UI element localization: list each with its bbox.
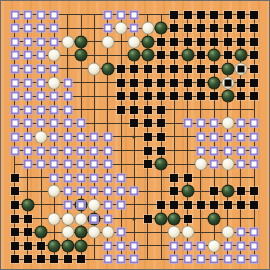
black-stone[interactable]	[155, 212, 168, 225]
black-territory-marker[interactable]	[237, 38, 245, 46]
white-territory-marker[interactable]	[130, 241, 139, 250]
white-territory-marker[interactable]	[90, 173, 99, 182]
white-territory-marker[interactable]	[63, 105, 72, 114]
white-stone[interactable]	[208, 239, 221, 252]
white-territory-marker[interactable]	[130, 187, 139, 196]
black-territory-marker[interactable]	[224, 201, 232, 209]
white-territory-marker[interactable]	[210, 119, 219, 128]
white-territory-marker[interactable]	[10, 24, 19, 33]
white-territory-marker[interactable]	[23, 160, 32, 169]
black-territory-marker[interactable]	[184, 174, 192, 182]
dead-black-stone[interactable]	[88, 212, 101, 225]
white-stone[interactable]	[75, 212, 88, 225]
white-territory-marker[interactable]	[37, 37, 46, 46]
black-territory-marker[interactable]	[210, 201, 218, 209]
white-territory-marker[interactable]	[196, 255, 205, 264]
white-stone[interactable]	[61, 226, 74, 239]
black-territory-marker[interactable]	[24, 255, 32, 263]
star-point	[133, 135, 136, 138]
black-territory-marker[interactable]	[170, 24, 178, 32]
white-territory-marker[interactable]	[210, 255, 219, 264]
white-territory-marker[interactable]	[37, 78, 46, 87]
black-territory-marker[interactable]	[11, 174, 19, 182]
black-territory-marker[interactable]	[170, 92, 178, 100]
black-territory-marker[interactable]	[11, 255, 19, 263]
white-territory-marker[interactable]	[130, 24, 139, 33]
white-territory-marker[interactable]	[196, 132, 205, 141]
white-territory-marker[interactable]	[183, 119, 192, 128]
black-territory-marker[interactable]	[210, 38, 218, 46]
white-territory-marker[interactable]	[223, 255, 232, 264]
black-territory-marker[interactable]	[157, 201, 165, 209]
white-territory-marker[interactable]	[250, 228, 259, 237]
white-territory-marker[interactable]	[10, 51, 19, 60]
white-territory-marker[interactable]	[117, 200, 126, 209]
black-territory-marker[interactable]	[130, 92, 138, 100]
white-stone[interactable]	[128, 35, 141, 48]
black-territory-marker[interactable]	[157, 51, 165, 59]
white-territory-marker[interactable]	[103, 146, 112, 155]
black-stone[interactable]	[35, 226, 48, 239]
black-territory-marker[interactable]	[170, 79, 178, 87]
black-territory-marker[interactable]	[197, 201, 205, 209]
white-territory-marker[interactable]	[37, 160, 46, 169]
white-territory-marker[interactable]	[10, 92, 19, 101]
black-territory-marker[interactable]	[170, 65, 178, 73]
white-territory-marker[interactable]	[117, 187, 126, 196]
white-territory-marker[interactable]	[63, 92, 72, 101]
black-territory-marker[interactable]	[184, 92, 192, 100]
white-territory-marker[interactable]	[23, 132, 32, 141]
black-territory-marker[interactable]	[144, 92, 152, 100]
white-stone[interactable]	[48, 49, 61, 62]
white-territory-marker[interactable]	[196, 146, 205, 155]
white-territory-marker[interactable]	[250, 160, 259, 169]
black-stone[interactable]	[181, 185, 194, 198]
white-territory-marker[interactable]	[23, 24, 32, 33]
white-territory-marker[interactable]	[117, 228, 126, 237]
dead-black-stone[interactable]	[75, 198, 88, 211]
black-territory-marker[interactable]	[237, 11, 245, 19]
black-territory-marker[interactable]	[250, 187, 258, 195]
white-territory-marker[interactable]	[23, 119, 32, 128]
white-territory-marker[interactable]	[50, 160, 59, 169]
white-territory-marker[interactable]	[10, 105, 19, 114]
white-stone[interactable]	[221, 117, 234, 130]
white-territory-marker[interactable]	[10, 37, 19, 46]
black-territory-marker[interactable]	[144, 147, 152, 155]
white-territory-marker[interactable]	[250, 255, 259, 264]
black-stone[interactable]	[21, 198, 34, 211]
white-territory-marker[interactable]	[23, 51, 32, 60]
white-territory-marker[interactable]	[10, 10, 19, 19]
white-territory-marker[interactable]	[90, 187, 99, 196]
white-territory-marker[interactable]	[103, 173, 112, 182]
black-stone[interactable]	[141, 35, 154, 48]
white-territory-marker[interactable]	[50, 10, 59, 19]
black-territory-marker[interactable]	[64, 255, 72, 263]
white-territory-marker[interactable]	[236, 160, 245, 169]
black-territory-marker[interactable]	[184, 215, 192, 223]
white-territory-marker[interactable]	[210, 132, 219, 141]
white-territory-marker[interactable]	[23, 105, 32, 114]
black-territory-marker[interactable]	[224, 24, 232, 32]
black-stone[interactable]	[155, 22, 168, 35]
white-territory-marker[interactable]	[236, 119, 245, 128]
black-territory-marker[interactable]	[170, 174, 178, 182]
white-territory-marker[interactable]	[210, 146, 219, 155]
white-territory-marker[interactable]	[170, 241, 179, 250]
black-territory-marker[interactable]	[197, 79, 205, 87]
white-territory-marker[interactable]	[10, 78, 19, 87]
black-territory-marker[interactable]	[250, 92, 258, 100]
white-territory-marker[interactable]	[236, 228, 245, 237]
white-territory-marker[interactable]	[23, 64, 32, 73]
white-territory-marker[interactable]	[63, 119, 72, 128]
white-territory-marker[interactable]	[37, 119, 46, 128]
black-territory-marker[interactable]	[170, 11, 178, 19]
black-territory-marker[interactable]	[144, 133, 152, 141]
white-territory-marker[interactable]	[90, 146, 99, 155]
white-territory-marker[interactable]	[130, 255, 139, 264]
white-stone[interactable]	[61, 212, 74, 225]
white-territory-marker[interactable]	[50, 24, 59, 33]
white-territory-marker[interactable]	[37, 146, 46, 155]
white-territory-marker[interactable]	[103, 24, 112, 33]
white-territory-marker[interactable]	[23, 146, 32, 155]
white-territory-marker[interactable]	[50, 132, 59, 141]
white-territory-marker[interactable]	[90, 132, 99, 141]
white-stone[interactable]	[48, 76, 61, 89]
white-territory-marker[interactable]	[77, 160, 86, 169]
white-square-marker	[90, 214, 99, 223]
white-stone[interactable]	[48, 212, 61, 225]
black-territory-marker[interactable]	[250, 38, 258, 46]
white-territory-marker[interactable]	[90, 160, 99, 169]
black-territory-marker[interactable]	[37, 255, 45, 263]
white-stone[interactable]	[101, 35, 114, 48]
white-territory-marker[interactable]	[37, 24, 46, 33]
go-board[interactable]	[1, 1, 269, 269]
white-stone[interactable]	[141, 22, 154, 35]
dead-white-stone[interactable]	[234, 62, 247, 75]
black-territory-marker[interactable]	[11, 201, 19, 209]
black-territory-marker[interactable]	[210, 92, 218, 100]
black-territory-marker[interactable]	[197, 24, 205, 32]
white-territory-marker[interactable]	[50, 37, 59, 46]
white-territory-marker[interactable]	[63, 200, 72, 209]
black-territory-marker[interactable]	[184, 79, 192, 87]
black-territory-marker[interactable]	[144, 119, 152, 127]
black-territory-marker[interactable]	[170, 38, 178, 46]
black-territory-marker[interactable]	[130, 106, 138, 114]
black-territory-marker[interactable]	[130, 119, 138, 127]
white-territory-marker[interactable]	[196, 119, 205, 128]
white-stone[interactable]	[88, 62, 101, 75]
white-territory-marker[interactable]	[117, 10, 126, 19]
white-territory-marker[interactable]	[210, 160, 219, 169]
white-stone[interactable]	[101, 226, 114, 239]
white-territory-marker[interactable]	[50, 92, 59, 101]
black-stone[interactable]	[48, 239, 61, 252]
white-territory-marker[interactable]	[236, 132, 245, 141]
black-territory-marker[interactable]	[117, 106, 125, 114]
black-territory-marker[interactable]	[157, 147, 165, 155]
black-stone[interactable]	[61, 239, 74, 252]
black-territory-marker[interactable]	[237, 92, 245, 100]
black-territory-marker[interactable]	[144, 106, 152, 114]
black-territory-marker[interactable]	[224, 38, 232, 46]
white-square-marker	[77, 200, 86, 209]
black-territory-marker[interactable]	[157, 79, 165, 87]
black-territory-marker[interactable]	[24, 228, 32, 236]
white-territory-marker[interactable]	[23, 37, 32, 46]
black-stone[interactable]	[75, 226, 88, 239]
white-territory-marker[interactable]	[50, 64, 59, 73]
black-territory-marker[interactable]	[157, 106, 165, 114]
white-stone[interactable]	[221, 158, 234, 171]
white-territory-marker[interactable]	[117, 241, 126, 250]
black-territory-marker[interactable]	[224, 51, 232, 59]
white-territory-marker[interactable]	[10, 146, 19, 155]
black-territory-marker[interactable]	[24, 215, 32, 223]
black-territory-marker[interactable]	[250, 11, 258, 19]
white-stone[interactable]	[61, 35, 74, 48]
black-territory-marker[interactable]	[24, 242, 32, 250]
black-territory-marker[interactable]	[184, 24, 192, 32]
white-territory-marker[interactable]	[250, 119, 259, 128]
black-territory-marker[interactable]	[210, 24, 218, 32]
white-territory-marker[interactable]	[37, 10, 46, 19]
black-territory-marker[interactable]	[130, 65, 138, 73]
white-territory-marker[interactable]	[170, 255, 179, 264]
white-territory-marker[interactable]	[223, 132, 232, 141]
black-territory-marker[interactable]	[184, 11, 192, 19]
black-territory-marker[interactable]	[144, 160, 152, 168]
black-territory-marker[interactable]	[37, 242, 45, 250]
black-territory-marker[interactable]	[210, 11, 218, 19]
white-territory-marker[interactable]	[77, 187, 86, 196]
white-territory-marker[interactable]	[250, 241, 259, 250]
white-territory-marker[interactable]	[10, 64, 19, 73]
white-territory-marker[interactable]	[77, 146, 86, 155]
black-square-marker	[224, 79, 231, 86]
black-territory-marker[interactable]	[210, 65, 218, 73]
black-territory-marker[interactable]	[117, 79, 125, 87]
black-stone[interactable]	[75, 35, 88, 48]
black-territory-marker[interactable]	[197, 51, 205, 59]
black-square-marker	[237, 65, 244, 72]
black-territory-marker[interactable]	[237, 187, 245, 195]
white-territory-marker[interactable]	[50, 146, 59, 155]
black-territory-marker[interactable]	[224, 11, 232, 19]
white-territory-marker[interactable]	[250, 146, 259, 155]
black-territory-marker[interactable]	[237, 201, 245, 209]
white-stone[interactable]	[88, 198, 101, 211]
black-territory-marker[interactable]	[197, 11, 205, 19]
go-app-window	[0, 0, 270, 270]
black-territory-marker[interactable]	[170, 51, 178, 59]
white-territory-marker[interactable]	[37, 105, 46, 114]
white-territory-marker[interactable]	[223, 241, 232, 250]
black-territory-marker[interactable]	[250, 201, 258, 209]
black-territory-marker[interactable]	[144, 215, 152, 223]
black-territory-marker[interactable]	[250, 79, 258, 87]
star-point	[133, 217, 136, 220]
white-territory-marker[interactable]	[183, 241, 192, 250]
white-stone[interactable]	[48, 185, 61, 198]
white-territory-marker[interactable]	[196, 241, 205, 250]
white-territory-marker[interactable]	[103, 214, 112, 223]
black-territory-marker[interactable]	[170, 187, 178, 195]
white-territory-marker[interactable]	[63, 132, 72, 141]
white-territory-marker[interactable]	[103, 132, 112, 141]
white-territory-marker[interactable]	[50, 119, 59, 128]
black-territory-marker[interactable]	[144, 65, 152, 73]
white-stone[interactable]	[194, 158, 207, 171]
white-stone[interactable]	[168, 226, 181, 239]
black-stone[interactable]	[208, 212, 221, 225]
black-territory-marker[interactable]	[130, 79, 138, 87]
white-stone[interactable]	[115, 22, 128, 35]
black-territory-marker[interactable]	[157, 38, 165, 46]
white-territory-marker[interactable]	[77, 132, 86, 141]
white-territory-marker[interactable]	[223, 146, 232, 155]
black-territory-marker[interactable]	[250, 51, 258, 59]
black-territory-marker[interactable]	[117, 92, 125, 100]
white-stone[interactable]	[181, 226, 194, 239]
black-stone[interactable]	[141, 49, 154, 62]
grid-line-horizontal	[15, 232, 255, 233]
black-territory-marker[interactable]	[50, 255, 58, 263]
black-stone[interactable]	[101, 62, 114, 75]
black-territory-marker[interactable]	[184, 38, 192, 46]
black-territory-marker[interactable]	[144, 79, 152, 87]
black-territory-marker[interactable]	[250, 65, 258, 73]
white-territory-marker[interactable]	[37, 64, 46, 73]
black-territory-marker[interactable]	[117, 65, 125, 73]
white-territory-marker[interactable]	[63, 187, 72, 196]
white-territory-marker[interactable]	[103, 241, 112, 250]
black-territory-marker[interactable]	[237, 79, 245, 87]
white-territory-marker[interactable]	[23, 92, 32, 101]
black-stone[interactable]	[181, 49, 194, 62]
black-stone[interactable]	[208, 49, 221, 62]
black-stone[interactable]	[221, 90, 234, 103]
black-territory-marker[interactable]	[197, 65, 205, 73]
white-territory-marker[interactable]	[117, 173, 126, 182]
black-territory-marker[interactable]	[11, 242, 19, 250]
black-stone[interactable]	[128, 49, 141, 62]
white-territory-marker[interactable]	[236, 255, 245, 264]
white-territory-marker[interactable]	[37, 92, 46, 101]
white-territory-marker[interactable]	[10, 132, 19, 141]
white-stone[interactable]	[35, 130, 48, 143]
white-territory-marker[interactable]	[130, 10, 139, 19]
black-stone[interactable]	[221, 62, 234, 75]
white-territory-marker[interactable]	[117, 255, 126, 264]
black-stone[interactable]	[75, 239, 88, 252]
black-territory-marker[interactable]	[157, 65, 165, 73]
black-territory-marker[interactable]	[197, 38, 205, 46]
white-territory-marker[interactable]	[50, 105, 59, 114]
black-territory-marker[interactable]	[11, 215, 19, 223]
white-territory-marker[interactable]	[50, 173, 59, 182]
black-stone[interactable]	[155, 158, 168, 171]
black-territory-marker[interactable]	[157, 92, 165, 100]
white-territory-marker[interactable]	[63, 160, 72, 169]
black-territory-marker[interactable]	[170, 201, 178, 209]
white-territory-marker[interactable]	[63, 146, 72, 155]
black-stone[interactable]	[234, 49, 247, 62]
white-stone[interactable]	[88, 226, 101, 239]
black-territory-marker[interactable]	[237, 24, 245, 32]
white-territory-marker[interactable]	[103, 187, 112, 196]
white-territory-marker[interactable]	[103, 160, 112, 169]
white-territory-marker[interactable]	[63, 78, 72, 87]
white-territory-marker[interactable]	[77, 173, 86, 182]
black-territory-marker[interactable]	[11, 228, 19, 236]
white-territory-marker[interactable]	[63, 173, 72, 182]
black-territory-marker[interactable]	[184, 65, 192, 73]
black-stone[interactable]	[221, 185, 234, 198]
white-territory-marker[interactable]	[10, 119, 19, 128]
black-stone[interactable]	[75, 49, 88, 62]
white-territory-marker[interactable]	[103, 200, 112, 209]
black-territory-marker[interactable]	[184, 201, 192, 209]
black-territory-marker[interactable]	[197, 92, 205, 100]
black-territory-marker[interactable]	[157, 119, 165, 127]
white-stone[interactable]	[221, 226, 234, 239]
white-territory-marker[interactable]	[103, 10, 112, 19]
white-territory-marker[interactable]	[23, 10, 32, 19]
black-stone[interactable]	[168, 212, 181, 225]
black-territory-marker[interactable]	[210, 187, 218, 195]
black-territory-marker[interactable]	[157, 133, 165, 141]
white-territory-marker[interactable]	[37, 51, 46, 60]
black-territory-marker[interactable]	[11, 187, 19, 195]
white-territory-marker[interactable]	[23, 78, 32, 87]
white-territory-marker[interactable]	[236, 241, 245, 250]
black-territory-marker[interactable]	[250, 24, 258, 32]
white-territory-marker[interactable]	[236, 146, 245, 155]
black-territory-marker[interactable]	[77, 255, 85, 263]
white-territory-marker[interactable]	[250, 132, 259, 141]
white-territory-marker[interactable]	[77, 119, 86, 128]
white-territory-marker[interactable]	[183, 255, 192, 264]
white-territory-marker[interactable]	[103, 255, 112, 264]
black-stone[interactable]	[208, 76, 221, 89]
dead-white-stone[interactable]	[221, 76, 234, 89]
